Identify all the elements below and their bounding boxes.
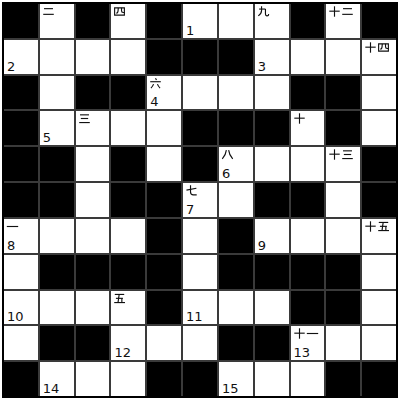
across-clue-number: 6 bbox=[222, 166, 230, 181]
block-cell bbox=[291, 76, 325, 110]
letter-cell[interactable] bbox=[183, 255, 217, 289]
chinese-numeral-glyph bbox=[221, 148, 234, 161]
down-clue-number bbox=[293, 327, 319, 340]
letter-cell[interactable]: 3 bbox=[255, 40, 289, 74]
letter-cell[interactable] bbox=[40, 219, 74, 253]
letter-cell[interactable] bbox=[291, 362, 325, 396]
letter-cell[interactable]: 6 bbox=[219, 147, 253, 181]
letter-cell[interactable] bbox=[183, 76, 217, 110]
letter-cell[interactable] bbox=[291, 111, 325, 145]
letter-cell[interactable] bbox=[76, 291, 110, 325]
letter-cell[interactable]: 7 bbox=[183, 183, 217, 217]
chinese-numeral-glyph bbox=[306, 327, 319, 340]
across-clue-number: 15 bbox=[222, 381, 239, 396]
block-cell bbox=[219, 40, 253, 74]
down-clue-number bbox=[6, 220, 19, 233]
down-clue-number bbox=[328, 148, 354, 161]
letter-cell[interactable]: 9 bbox=[255, 219, 289, 253]
letter-cell[interactable]: 14 bbox=[40, 362, 74, 396]
block-cell bbox=[255, 183, 289, 217]
letter-cell[interactable] bbox=[291, 219, 325, 253]
down-clue-number bbox=[113, 292, 126, 305]
block-cell bbox=[147, 4, 181, 38]
chinese-numeral-glyph bbox=[78, 112, 91, 125]
letter-cell[interactable] bbox=[111, 111, 145, 145]
letter-cell[interactable] bbox=[183, 326, 217, 360]
block-cell bbox=[147, 219, 181, 253]
block-cell bbox=[111, 147, 145, 181]
letter-cell[interactable] bbox=[76, 111, 110, 145]
letter-cell[interactable] bbox=[4, 255, 38, 289]
chinese-numeral-glyph bbox=[364, 220, 377, 233]
block-cell bbox=[183, 362, 217, 396]
block-cell bbox=[326, 76, 360, 110]
chinese-numeral-glyph bbox=[341, 5, 354, 18]
block-cell bbox=[40, 147, 74, 181]
block-cell bbox=[291, 4, 325, 38]
letter-cell[interactable] bbox=[255, 362, 289, 396]
letter-cell[interactable] bbox=[326, 147, 360, 181]
letter-cell[interactable] bbox=[76, 219, 110, 253]
block-cell bbox=[4, 183, 38, 217]
chinese-numeral-glyph bbox=[341, 148, 354, 161]
down-clue-number bbox=[364, 41, 390, 54]
across-clue-number: 11 bbox=[186, 309, 203, 324]
letter-cell[interactable] bbox=[40, 76, 74, 110]
letter-cell[interactable]: 10 bbox=[4, 291, 38, 325]
across-clue-number: 12 bbox=[114, 345, 131, 360]
letter-cell[interactable]: 12 bbox=[111, 326, 145, 360]
block-cell bbox=[291, 291, 325, 325]
down-clue-number bbox=[257, 5, 270, 18]
block-cell bbox=[291, 183, 325, 217]
letter-cell[interactable] bbox=[111, 362, 145, 396]
block-cell bbox=[326, 255, 360, 289]
letter-cell[interactable] bbox=[326, 326, 360, 360]
block-cell bbox=[147, 183, 181, 217]
letter-cell[interactable] bbox=[255, 4, 289, 38]
block-cell bbox=[183, 40, 217, 74]
block-cell bbox=[326, 111, 360, 145]
letter-cell[interactable] bbox=[183, 219, 217, 253]
chinese-numeral-glyph bbox=[377, 41, 390, 54]
block-cell bbox=[76, 4, 110, 38]
across-clue-number: 3 bbox=[258, 59, 266, 74]
down-clue-number bbox=[149, 77, 162, 90]
letter-cell[interactable] bbox=[326, 40, 360, 74]
block-cell bbox=[111, 183, 145, 217]
letter-cell[interactable] bbox=[362, 111, 396, 145]
letter-cell[interactable] bbox=[326, 4, 360, 38]
block-cell bbox=[4, 111, 38, 145]
letter-cell[interactable] bbox=[111, 40, 145, 74]
block-cell bbox=[4, 147, 38, 181]
chinese-numeral-glyph bbox=[6, 220, 19, 233]
down-clue-number bbox=[185, 184, 198, 197]
chinese-numeral-glyph bbox=[328, 148, 341, 161]
block-cell bbox=[4, 76, 38, 110]
block-cell bbox=[40, 183, 74, 217]
chinese-numeral-glyph bbox=[42, 5, 55, 18]
block-cell bbox=[219, 219, 253, 253]
block-cell bbox=[40, 255, 74, 289]
letter-cell[interactable] bbox=[147, 111, 181, 145]
letter-cell[interactable] bbox=[362, 40, 396, 74]
block-cell bbox=[40, 326, 74, 360]
letter-cell[interactable] bbox=[326, 219, 360, 253]
block-cell bbox=[76, 255, 110, 289]
block-cell bbox=[147, 40, 181, 74]
block-cell bbox=[362, 362, 396, 396]
letter-cell[interactable] bbox=[291, 40, 325, 74]
letter-cell[interactable] bbox=[147, 326, 181, 360]
letter-cell[interactable] bbox=[326, 183, 360, 217]
letter-cell[interactable] bbox=[76, 40, 110, 74]
letter-cell[interactable] bbox=[111, 219, 145, 253]
letter-cell[interactable] bbox=[362, 326, 396, 360]
down-clue-number bbox=[364, 220, 390, 233]
letter-cell[interactable]: 5 bbox=[40, 111, 74, 145]
chinese-numeral-glyph bbox=[185, 184, 198, 197]
letter-cell[interactable] bbox=[291, 147, 325, 181]
letter-cell[interactable] bbox=[76, 183, 110, 217]
letter-cell[interactable] bbox=[40, 4, 74, 38]
block-cell bbox=[4, 4, 38, 38]
block-cell bbox=[255, 255, 289, 289]
letter-cell[interactable] bbox=[111, 291, 145, 325]
across-clue-number: 4 bbox=[150, 94, 158, 109]
letter-cell[interactable] bbox=[255, 147, 289, 181]
down-clue-number bbox=[293, 112, 306, 125]
screenshot: 123456789101112131415 bbox=[0, 0, 400, 400]
letter-cell[interactable] bbox=[76, 147, 110, 181]
block-cell bbox=[291, 255, 325, 289]
letter-cell[interactable] bbox=[4, 326, 38, 360]
down-clue-number bbox=[221, 148, 234, 161]
across-clue-number: 7 bbox=[186, 202, 194, 217]
chinese-numeral-glyph bbox=[293, 112, 306, 125]
chinese-numeral-glyph bbox=[293, 327, 306, 340]
chinese-numeral-glyph bbox=[113, 292, 126, 305]
letter-cell[interactable] bbox=[219, 291, 253, 325]
across-clue-number: 8 bbox=[7, 238, 15, 253]
block-cell bbox=[76, 76, 110, 110]
block-cell bbox=[326, 362, 360, 396]
across-clue-number: 13 bbox=[294, 345, 311, 360]
chinese-numeral-glyph bbox=[364, 41, 377, 54]
block-cell bbox=[76, 326, 110, 360]
block-cell bbox=[362, 183, 396, 217]
letter-cell[interactable]: 11 bbox=[183, 291, 217, 325]
block-cell bbox=[219, 111, 253, 145]
across-clue-number: 2 bbox=[7, 59, 15, 74]
letter-cell[interactable] bbox=[111, 4, 145, 38]
down-clue-number bbox=[42, 5, 55, 18]
block-cell bbox=[147, 291, 181, 325]
across-clue-number: 1 bbox=[186, 23, 194, 38]
letter-cell[interactable] bbox=[40, 40, 74, 74]
letter-cell[interactable] bbox=[362, 291, 396, 325]
letter-cell[interactable] bbox=[255, 291, 289, 325]
letter-cell[interactable] bbox=[76, 362, 110, 396]
block-cell bbox=[183, 111, 217, 145]
across-clue-number: 5 bbox=[43, 130, 51, 145]
letter-cell[interactable]: 2 bbox=[4, 40, 38, 74]
crossword-board: 123456789101112131415 bbox=[2, 2, 398, 398]
letter-cell[interactable] bbox=[40, 291, 74, 325]
letter-cell[interactable] bbox=[219, 183, 253, 217]
letter-cell[interactable] bbox=[362, 255, 396, 289]
block-cell bbox=[111, 76, 145, 110]
letter-cell[interactable] bbox=[219, 4, 253, 38]
across-clue-number: 10 bbox=[7, 309, 24, 324]
block-cell bbox=[147, 255, 181, 289]
down-clue-number bbox=[328, 5, 354, 18]
block-cell bbox=[219, 255, 253, 289]
letter-cell[interactable] bbox=[362, 76, 396, 110]
block-cell bbox=[219, 326, 253, 360]
chinese-numeral-glyph bbox=[257, 5, 270, 18]
letter-cell[interactable] bbox=[219, 76, 253, 110]
chinese-numeral-glyph bbox=[328, 5, 341, 18]
chinese-numeral-glyph bbox=[113, 5, 126, 18]
block-cell bbox=[362, 147, 396, 181]
letter-cell[interactable] bbox=[255, 76, 289, 110]
block-cell bbox=[362, 4, 396, 38]
letter-cell[interactable]: 13 bbox=[291, 326, 325, 360]
chinese-numeral-glyph bbox=[149, 77, 162, 90]
letter-cell[interactable]: 15 bbox=[219, 362, 253, 396]
block-cell bbox=[111, 255, 145, 289]
letter-cell[interactable]: 1 bbox=[183, 4, 217, 38]
down-clue-number bbox=[113, 5, 126, 18]
letter-cell[interactable] bbox=[362, 219, 396, 253]
block-cell bbox=[147, 362, 181, 396]
block-cell bbox=[255, 326, 289, 360]
letter-cell[interactable] bbox=[147, 147, 181, 181]
letter-cell[interactable]: 4 bbox=[147, 76, 181, 110]
block-cell bbox=[326, 291, 360, 325]
block-cell bbox=[255, 111, 289, 145]
down-clue-number bbox=[78, 112, 91, 125]
across-clue-number: 9 bbox=[258, 238, 266, 253]
block-cell bbox=[4, 362, 38, 396]
across-clue-number: 14 bbox=[43, 381, 60, 396]
chinese-numeral-glyph bbox=[377, 220, 390, 233]
block-cell bbox=[183, 147, 217, 181]
letter-cell[interactable]: 8 bbox=[4, 219, 38, 253]
